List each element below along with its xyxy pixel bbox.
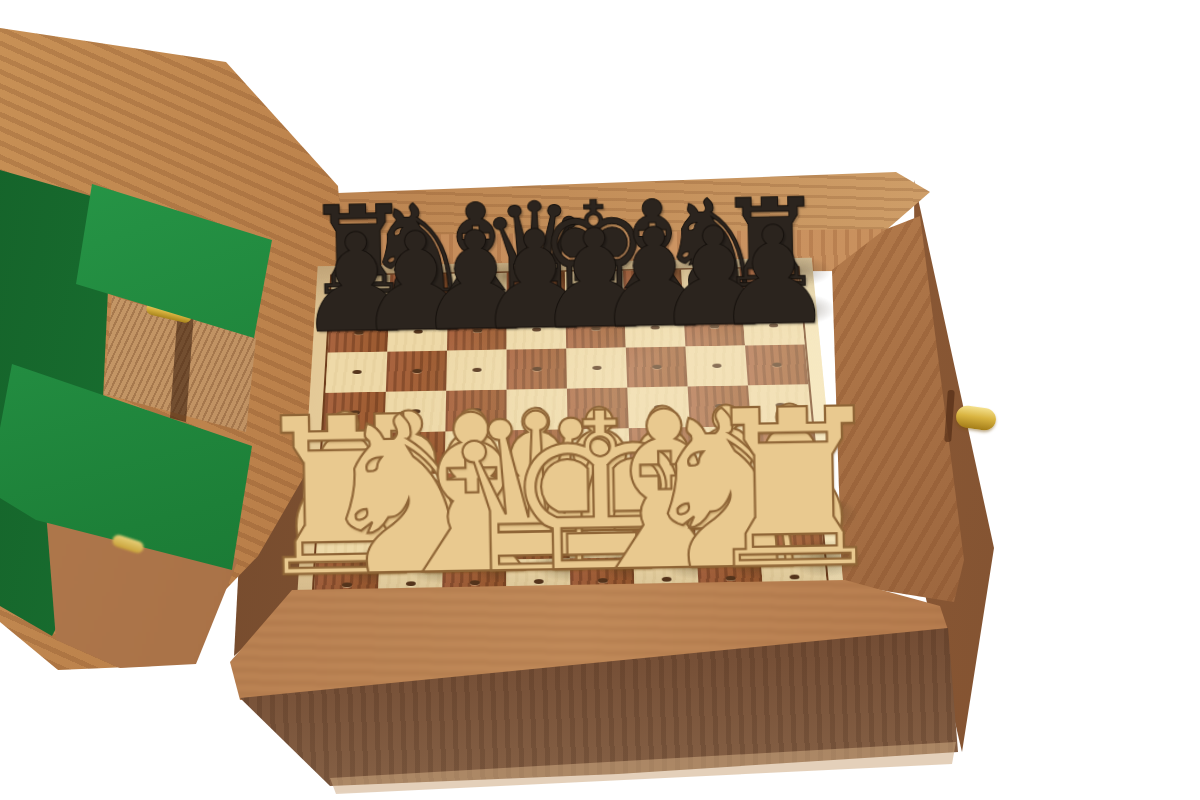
- square-h7[interactable]: ♟: [742, 306, 804, 346]
- piece-black-pawn[interactable]: ♟: [712, 207, 836, 345]
- board-grid: ♜♞♝♛♚♝♞♜♟♟♟♟♟♟♟♟♟♟♟♟♟♟♟♟♜♞♝♛♚♝♞♜: [311, 266, 831, 610]
- board-border: ♜♞♝♛♚♝♞♜♟♟♟♟♟♟♟♟♟♟♟♟♟♟♟♟♜♞♝♛♚♝♞♜: [296, 258, 846, 621]
- travel-chess-set-photo: ♜♞♝♛♚♝♞♜♟♟♟♟♟♟♟♟♟♟♟♟♟♟♟♟♜♞♝♛♚♝♞♜: [0, 0, 1200, 800]
- piece-white-rook[interactable]: ♜: [695, 379, 894, 600]
